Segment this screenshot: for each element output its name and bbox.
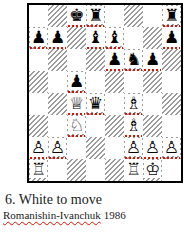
- square-g6: ♟: [143, 49, 162, 71]
- spellcheck-squiggle: [49, 47, 66, 49]
- spellcheck-squiggle: [30, 157, 47, 159]
- square-d8: ♜: [86, 5, 105, 27]
- square-g5: [143, 71, 162, 93]
- square-h1: [162, 159, 181, 181]
- square-e2: [105, 137, 124, 159]
- square-c4: ♕: [67, 93, 86, 115]
- piece-white-queen: ♕: [68, 94, 85, 112]
- spellcheck-squiggle: [163, 47, 180, 49]
- square-f2: ♙: [124, 137, 143, 159]
- piece-black-knight: ♞: [125, 50, 142, 68]
- square-a1: ♖: [29, 159, 48, 181]
- square-d1: [86, 159, 105, 181]
- square-g2: ♙: [143, 137, 162, 159]
- spellcheck-squiggle: [163, 157, 180, 159]
- piece-white-pawn: ♙: [49, 138, 66, 156]
- square-d4: ♛: [86, 93, 105, 115]
- piece-black-king: ♚: [68, 6, 85, 24]
- square-g4: [143, 93, 162, 115]
- square-e4: [105, 93, 124, 115]
- spellcheck-squiggle: [144, 69, 161, 71]
- spellcheck-squiggle: [125, 135, 142, 137]
- square-c2: [67, 137, 86, 159]
- square-a6: [29, 49, 48, 71]
- square-h3: [162, 115, 181, 137]
- piece-black-pawn: ♟: [68, 72, 85, 90]
- square-b4: [48, 93, 67, 115]
- spellcheck-squiggle: [49, 157, 66, 159]
- square-f7: [124, 27, 143, 49]
- players-names: Romanishin-Ivanchuk: [3, 209, 101, 221]
- piece-white-pawn: ♙: [163, 138, 180, 156]
- piece-black-pawn: ♟: [144, 50, 161, 68]
- spellcheck-squiggle: [68, 113, 85, 115]
- piece-black-pawn: ♟: [106, 50, 123, 68]
- square-a2: ♙: [29, 137, 48, 159]
- square-e8: [105, 5, 124, 27]
- spellcheck-squiggle: [106, 69, 123, 71]
- square-c1: [67, 159, 86, 181]
- game-reference: Romanishin-Ivanchuk1986: [3, 208, 126, 222]
- square-b8: [48, 5, 67, 27]
- piece-white-knight: ♘: [68, 116, 85, 134]
- square-f8: [124, 5, 143, 27]
- piece-white-bishop: ♗: [125, 94, 142, 112]
- spellcheck-squiggle: [87, 47, 104, 49]
- diagram-caption: 6. White to move Romanishin-Ivanchuk1986: [5, 191, 126, 222]
- spellcheck-squiggle: [125, 69, 142, 71]
- spellcheck-squiggle: [68, 91, 85, 93]
- square-f1: ♖: [124, 159, 143, 181]
- square-a7: ♟: [29, 27, 48, 49]
- piece-white-pawn: ♙: [144, 138, 161, 156]
- piece-white-bishop: ♗: [125, 116, 142, 134]
- piece-black-pawn: ♟: [163, 28, 180, 46]
- piece-black-rook: ♜: [87, 6, 104, 24]
- piece-black-rook: ♜: [163, 6, 180, 24]
- square-c3: ♘: [67, 115, 86, 137]
- square-g7: [143, 27, 162, 49]
- square-d7: ♝: [86, 27, 105, 49]
- square-d3: [86, 115, 105, 137]
- square-f6: ♞: [124, 49, 143, 71]
- square-c7: [67, 27, 86, 49]
- spellcheck-squiggle: [106, 47, 123, 49]
- square-h8: ♜: [162, 5, 181, 27]
- piece-white-pawn: ♙: [125, 138, 142, 156]
- document-page: ♚♜♜♟♟♝♝♟♟♞♟♟♕♛♗♘♗♙♙♙♙♙♖♖♔ 6. White to mo…: [0, 0, 184, 232]
- square-h7: ♟: [162, 27, 181, 49]
- square-f4: ♗: [124, 93, 143, 115]
- square-e3: [105, 115, 124, 137]
- square-c8: ♚: [67, 5, 86, 27]
- piece-black-pawn: ♟: [49, 28, 66, 46]
- spellcheck-squiggle: [87, 25, 104, 27]
- square-e1: [105, 159, 124, 181]
- square-a4: [29, 93, 48, 115]
- square-b3: [48, 115, 67, 137]
- square-h5: [162, 71, 181, 93]
- square-a8: [29, 5, 48, 27]
- square-a5: [29, 71, 48, 93]
- square-d5: [86, 71, 105, 93]
- square-b2: ♙: [48, 137, 67, 159]
- square-e6: ♟: [105, 49, 124, 71]
- square-g8: [143, 5, 162, 27]
- piece-white-king: ♔: [144, 160, 161, 178]
- square-e7: ♝: [105, 27, 124, 49]
- spellcheck-squiggle: [68, 135, 85, 137]
- piece-black-queen: ♛: [87, 94, 104, 112]
- square-h6: [162, 49, 181, 71]
- chess-board: ♚♜♜♟♟♝♝♟♟♞♟♟♕♛♗♘♗♙♙♙♙♙♖♖♔: [27, 3, 183, 183]
- piece-white-rook: ♖: [30, 160, 47, 178]
- piece-black-bishop: ♝: [87, 28, 104, 46]
- square-g1: ♔: [143, 159, 162, 181]
- square-h4: [162, 93, 181, 115]
- square-b6: [48, 49, 67, 71]
- square-d2: [86, 137, 105, 159]
- piece-white-pawn: ♙: [30, 138, 47, 156]
- square-c6: [67, 49, 86, 71]
- square-a3: [29, 115, 48, 137]
- piece-black-pawn: ♟: [30, 28, 47, 46]
- spellcheck-squiggle: [68, 25, 85, 27]
- spellcheck-squiggle: [30, 47, 47, 49]
- game-year: 1986: [104, 209, 126, 221]
- square-d6: [86, 49, 105, 71]
- piece-black-bishop: ♝: [106, 28, 123, 46]
- spellcheck-squiggle: [125, 113, 142, 115]
- piece-white-rook: ♖: [125, 160, 142, 178]
- spellcheck-squiggle: [144, 157, 161, 159]
- puzzle-number-and-task: 6. White to move: [5, 191, 126, 208]
- square-f3: ♗: [124, 115, 143, 137]
- square-h2: ♙: [162, 137, 181, 159]
- square-g3: [143, 115, 162, 137]
- square-f5: [124, 71, 143, 93]
- square-c5: ♟: [67, 71, 86, 93]
- square-b1: [48, 159, 67, 181]
- spellcheck-squiggle: [87, 113, 104, 115]
- square-b5: [48, 71, 67, 93]
- spellcheck-squiggle: [163, 25, 180, 27]
- square-e5: [105, 71, 124, 93]
- square-b7: ♟: [48, 27, 67, 49]
- spellcheck-squiggle: [125, 157, 142, 159]
